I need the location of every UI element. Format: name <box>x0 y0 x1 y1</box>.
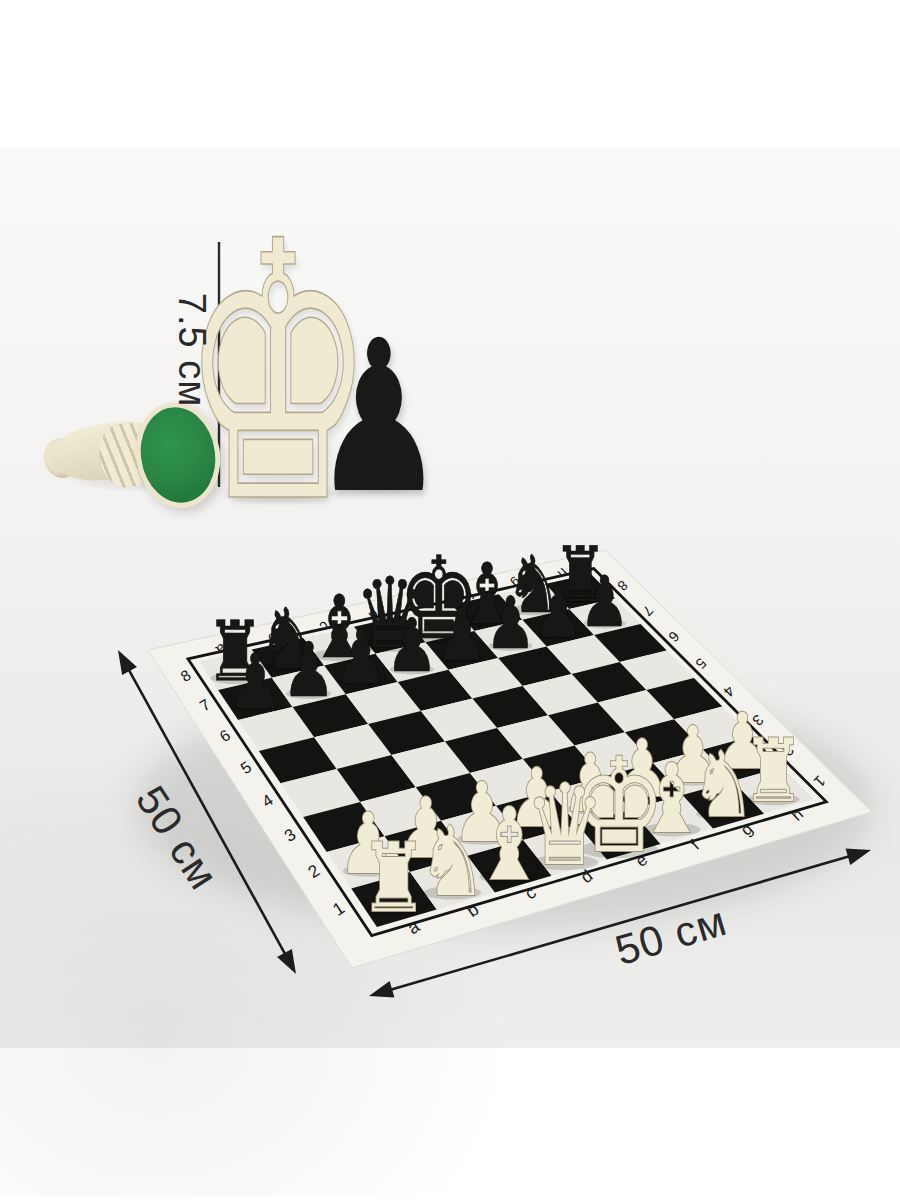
white-rook-a1: ♜ <box>360 823 428 933</box>
black-pawn-d7: ♟ <box>386 603 439 689</box>
black-pawn-b7: ♟ <box>282 626 336 713</box>
black-pawn-e7: ♟ <box>436 592 488 677</box>
black-pawn-h7: ♟ <box>580 560 630 642</box>
arrowhead <box>277 949 296 974</box>
height-label-wrap: 7.5 см <box>170 293 213 408</box>
arrowhead <box>369 981 394 997</box>
black-pawn-piece: ♟ <box>312 312 445 522</box>
black-pawn-g7: ♟ <box>533 570 584 653</box>
black-pawn-c7: ♟ <box>334 615 387 701</box>
product-photo-scene: aabbccddeeffgghh1122334455667788♜♞♝♟♚♟♛♟… <box>0 0 900 1200</box>
height-label: 7.5 см <box>171 293 213 408</box>
chess-board-svg: aabbccddeeffgghh1122334455667788♜♞♝♟♚♟♛♟… <box>0 0 900 1200</box>
black-pawn-f7: ♟ <box>485 582 536 665</box>
black-pawn-a7: ♟ <box>228 638 283 726</box>
arrowhead <box>118 650 137 675</box>
arrowhead <box>846 849 871 865</box>
white-knight-b1: ♞ <box>418 805 487 918</box>
